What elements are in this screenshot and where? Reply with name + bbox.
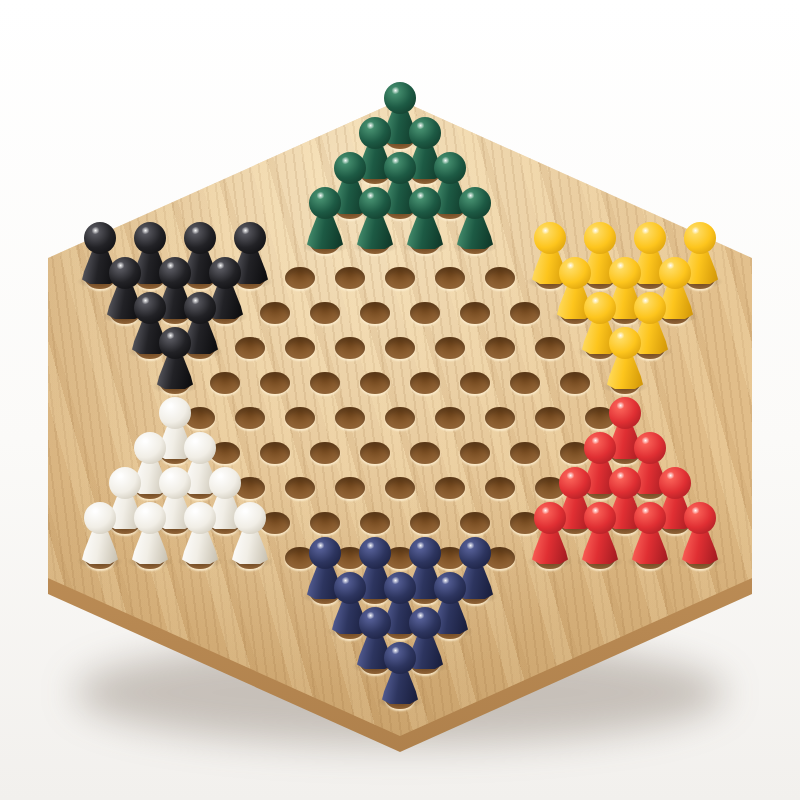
board-hole[interactable] [310,442,340,464]
peg-body [682,532,718,564]
peg-head [684,222,716,254]
board-hole[interactable] [460,302,490,324]
peg-head [409,187,441,219]
board-hole[interactable] [235,407,265,429]
peg-head [159,397,191,429]
board-hole[interactable] [510,302,540,324]
peg-green[interactable] [305,187,345,249]
board-hole[interactable] [460,442,490,464]
peg-red[interactable] [580,502,620,564]
peg-body [607,357,643,389]
peg-head [209,467,241,499]
board-hole[interactable] [260,442,290,464]
peg-head [434,572,466,604]
peg-head [184,502,216,534]
board-hole[interactable] [285,337,315,359]
peg-head [534,502,566,534]
peg-head [359,537,391,569]
peg-head [159,327,191,359]
peg-body [532,532,568,564]
peg-head [209,257,241,289]
board-hole[interactable] [310,302,340,324]
peg-head [134,222,166,254]
peg-head [334,572,366,604]
peg-white[interactable] [230,502,270,564]
board-hole[interactable] [360,512,390,534]
board-hole[interactable] [335,337,365,359]
peg-green[interactable] [405,187,445,249]
peg-head [584,432,616,464]
board-hole[interactable] [210,372,240,394]
peg-body [307,217,343,249]
peg-head [559,467,591,499]
peg-head [134,432,166,464]
board-hole[interactable] [485,337,515,359]
board-hole[interactable] [410,372,440,394]
peg-head [334,152,366,184]
board-hole[interactable] [260,372,290,394]
board-hole[interactable] [385,477,415,499]
board-hole[interactable] [310,512,340,534]
peg-head [384,152,416,184]
peg-head [609,467,641,499]
peg-head [584,222,616,254]
peg-white[interactable] [80,502,120,564]
peg-navy[interactable] [380,642,420,704]
peg-head [534,222,566,254]
board-hole[interactable] [335,477,365,499]
peg-head [134,292,166,324]
peg-black[interactable] [155,327,195,389]
peg-head [184,432,216,464]
peg-head [634,502,666,534]
peg-head [684,502,716,534]
board-hole[interactable] [485,267,515,289]
peg-body [357,217,393,249]
peg-white[interactable] [130,502,170,564]
board-hole[interactable] [385,267,415,289]
peg-body [157,357,193,389]
peg-body [582,532,618,564]
peg-head [609,327,641,359]
board-hole[interactable] [435,407,465,429]
board-hole[interactable] [510,442,540,464]
peg-head [459,537,491,569]
chinese-checkers-scene [0,0,800,800]
board-hole[interactable] [435,477,465,499]
peg-head [409,607,441,639]
peg-head [159,467,191,499]
peg-head [609,397,641,429]
board-hole[interactable] [360,372,390,394]
board-hole[interactable] [410,302,440,324]
peg-head [459,187,491,219]
peg-head [634,292,666,324]
peg-head [234,222,266,254]
peg-head [109,257,141,289]
board-hole[interactable] [335,407,365,429]
peg-head [409,537,441,569]
peg-head [309,187,341,219]
peg-head [84,222,116,254]
peg-head [634,222,666,254]
board-hole[interactable] [485,407,515,429]
board-hole[interactable] [485,477,515,499]
peg-body [82,532,118,564]
peg-red[interactable] [680,502,720,564]
peg-head [609,257,641,289]
peg-body [407,217,443,249]
board-hole[interactable] [410,512,440,534]
board-hole[interactable] [435,267,465,289]
board-hole[interactable] [510,372,540,394]
board-hole[interactable] [360,442,390,464]
peg-head [184,222,216,254]
peg-body [382,672,418,704]
peg-yellow[interactable] [605,327,645,389]
peg-head [384,572,416,604]
peg-head [359,187,391,219]
peg-head [659,467,691,499]
board-hole[interactable] [410,442,440,464]
peg-head [434,152,466,184]
peg-head [659,257,691,289]
peg-body [457,217,493,249]
peg-head [234,502,266,534]
peg-head [384,642,416,674]
peg-body [232,532,268,564]
board-hole[interactable] [235,337,265,359]
peg-head [559,257,591,289]
peg-white[interactable] [180,502,220,564]
peg-body [182,532,218,564]
board-hole[interactable] [435,337,465,359]
peg-head [184,292,216,324]
board-hole[interactable] [310,372,340,394]
peg-head [359,117,391,149]
peg-body [632,532,668,564]
board-hole[interactable] [335,267,365,289]
board-hole[interactable] [560,372,590,394]
peg-head [384,82,416,114]
peg-head [134,502,166,534]
board-hole[interactable] [535,337,565,359]
board-hole[interactable] [285,477,315,499]
peg-green[interactable] [455,187,495,249]
peg-head [359,607,391,639]
peg-body [132,532,168,564]
board-hole[interactable] [460,512,490,534]
peg-green[interactable] [355,187,395,249]
peg-head [584,292,616,324]
peg-head [309,537,341,569]
peg-head [409,117,441,149]
board-hole[interactable] [285,267,315,289]
peg-head [584,502,616,534]
board-hole[interactable] [535,407,565,429]
peg-red[interactable] [530,502,570,564]
board-hole[interactable] [285,407,315,429]
peg-head [634,432,666,464]
peg-red[interactable] [630,502,670,564]
peg-head [159,257,191,289]
board-hole[interactable] [460,372,490,394]
board-hole[interactable] [360,302,390,324]
peg-head [109,467,141,499]
board-hole[interactable] [385,337,415,359]
board-hole[interactable] [385,407,415,429]
board-hole[interactable] [260,302,290,324]
peg-head [84,502,116,534]
